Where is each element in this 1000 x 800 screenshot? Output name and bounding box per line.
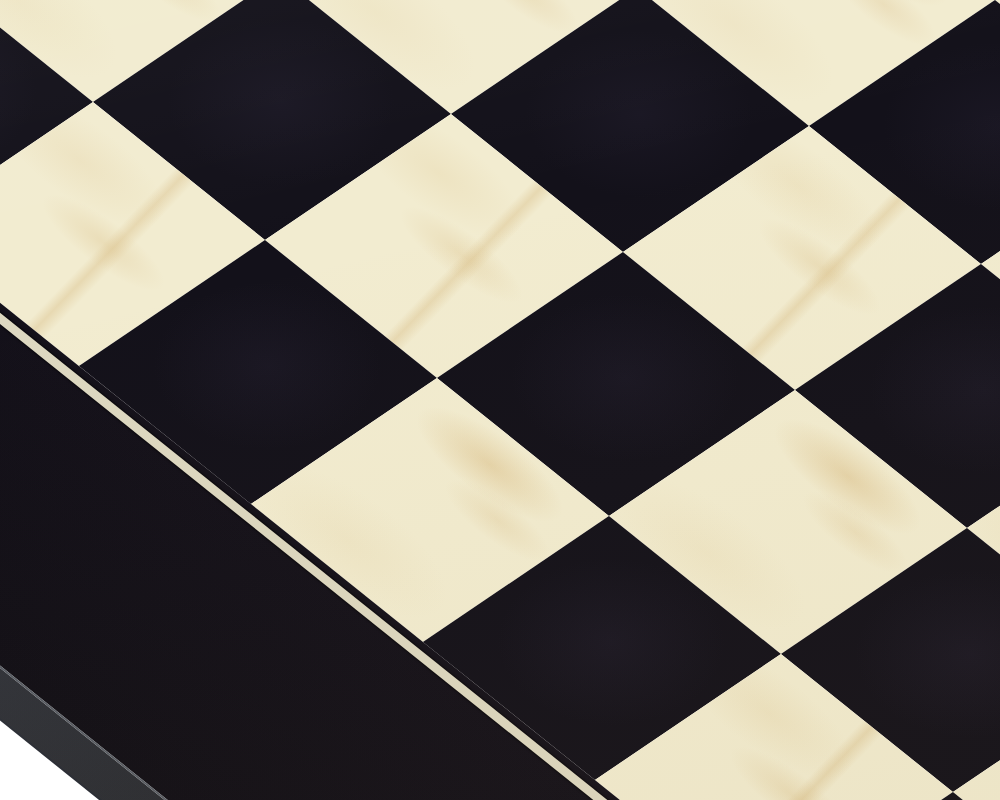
chessboard: [0, 0, 1000, 800]
board-photo: [0, 0, 1000, 800]
